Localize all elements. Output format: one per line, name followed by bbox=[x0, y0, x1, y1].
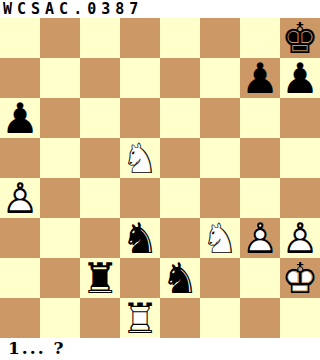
piece-white-pawn: ♟♙ bbox=[280, 218, 320, 258]
square-b6[interactable] bbox=[40, 98, 80, 138]
white-piece-outline: ♖ bbox=[120, 298, 160, 338]
square-c5[interactable] bbox=[80, 138, 120, 178]
square-g5[interactable] bbox=[240, 138, 280, 178]
white-piece-outline: ♘ bbox=[120, 138, 160, 178]
chess-board: ♚♟♟♟♞♘♟♙♞♞♘♟♙♟♙♜♞♚♔♜♖ bbox=[0, 18, 320, 338]
square-e8[interactable] bbox=[160, 18, 200, 58]
square-h6[interactable] bbox=[280, 98, 320, 138]
square-g6[interactable] bbox=[240, 98, 280, 138]
piece-black-rook: ♜ bbox=[80, 258, 120, 298]
piece-white-knight: ♞♘ bbox=[120, 138, 160, 178]
square-d5[interactable]: ♞♘ bbox=[120, 138, 160, 178]
piece-white-knight: ♞♘ bbox=[200, 218, 240, 258]
square-g8[interactable] bbox=[240, 18, 280, 58]
square-a1[interactable] bbox=[0, 298, 40, 338]
square-g3[interactable]: ♟♙ bbox=[240, 218, 280, 258]
square-b1[interactable] bbox=[40, 298, 80, 338]
square-d3[interactable]: ♞ bbox=[120, 218, 160, 258]
square-a8[interactable] bbox=[0, 18, 40, 58]
piece-white-pawn: ♟♙ bbox=[0, 178, 40, 218]
piece-black-pawn: ♟ bbox=[0, 98, 40, 138]
black-piece-glyph: ♜ bbox=[80, 258, 120, 298]
move-prompt: 1... ? bbox=[0, 338, 320, 360]
square-d4[interactable] bbox=[120, 178, 160, 218]
square-d2[interactable] bbox=[120, 258, 160, 298]
square-b3[interactable] bbox=[40, 218, 80, 258]
black-piece-glyph: ♟ bbox=[0, 98, 40, 138]
square-f3[interactable]: ♞♘ bbox=[200, 218, 240, 258]
piece-black-king: ♚ bbox=[280, 18, 320, 58]
square-a5[interactable] bbox=[0, 138, 40, 178]
square-h1[interactable] bbox=[280, 298, 320, 338]
square-h7[interactable]: ♟ bbox=[280, 58, 320, 98]
square-b5[interactable] bbox=[40, 138, 80, 178]
square-h8[interactable]: ♚ bbox=[280, 18, 320, 58]
black-piece-glyph: ♟ bbox=[240, 58, 280, 98]
piece-white-rook: ♜♖ bbox=[120, 298, 160, 338]
white-piece-outline: ♔ bbox=[280, 258, 320, 298]
square-e7[interactable] bbox=[160, 58, 200, 98]
square-a2[interactable] bbox=[0, 258, 40, 298]
piece-black-pawn: ♟ bbox=[240, 58, 280, 98]
square-a6[interactable]: ♟ bbox=[0, 98, 40, 138]
square-f8[interactable] bbox=[200, 18, 240, 58]
square-f6[interactable] bbox=[200, 98, 240, 138]
square-d6[interactable] bbox=[120, 98, 160, 138]
white-piece-outline: ♘ bbox=[200, 218, 240, 258]
square-f4[interactable] bbox=[200, 178, 240, 218]
square-g7[interactable]: ♟ bbox=[240, 58, 280, 98]
square-d7[interactable] bbox=[120, 58, 160, 98]
square-g2[interactable] bbox=[240, 258, 280, 298]
black-piece-glyph: ♞ bbox=[120, 218, 160, 258]
square-f2[interactable] bbox=[200, 258, 240, 298]
square-a4[interactable]: ♟♙ bbox=[0, 178, 40, 218]
black-piece-glyph: ♞ bbox=[160, 258, 200, 298]
square-f7[interactable] bbox=[200, 58, 240, 98]
square-b7[interactable] bbox=[40, 58, 80, 98]
square-e4[interactable] bbox=[160, 178, 200, 218]
window-title: WCSAC.0387 bbox=[0, 0, 320, 18]
square-d8[interactable] bbox=[120, 18, 160, 58]
square-f1[interactable] bbox=[200, 298, 240, 338]
square-b2[interactable] bbox=[40, 258, 80, 298]
square-c8[interactable] bbox=[80, 18, 120, 58]
square-c1[interactable] bbox=[80, 298, 120, 338]
square-e5[interactable] bbox=[160, 138, 200, 178]
white-piece-outline: ♙ bbox=[280, 218, 320, 258]
square-h3[interactable]: ♟♙ bbox=[280, 218, 320, 258]
square-e3[interactable] bbox=[160, 218, 200, 258]
piece-black-knight: ♞ bbox=[120, 218, 160, 258]
square-g1[interactable] bbox=[240, 298, 280, 338]
black-piece-glyph: ♟ bbox=[280, 58, 320, 98]
square-h4[interactable] bbox=[280, 178, 320, 218]
square-h2[interactable]: ♚♔ bbox=[280, 258, 320, 298]
square-e2[interactable]: ♞ bbox=[160, 258, 200, 298]
square-c6[interactable] bbox=[80, 98, 120, 138]
square-a7[interactable] bbox=[0, 58, 40, 98]
square-c3[interactable] bbox=[80, 218, 120, 258]
black-piece-glyph: ♚ bbox=[280, 18, 320, 58]
piece-white-king: ♚♔ bbox=[280, 258, 320, 298]
square-c2[interactable]: ♜ bbox=[80, 258, 120, 298]
square-a3[interactable] bbox=[0, 218, 40, 258]
piece-black-knight: ♞ bbox=[160, 258, 200, 298]
square-c7[interactable] bbox=[80, 58, 120, 98]
white-piece-outline: ♙ bbox=[240, 218, 280, 258]
square-c4[interactable] bbox=[80, 178, 120, 218]
piece-white-pawn: ♟♙ bbox=[240, 218, 280, 258]
square-b8[interactable] bbox=[40, 18, 80, 58]
square-b4[interactable] bbox=[40, 178, 80, 218]
chess-puzzle-window: WCSAC.0387 ♚♟♟♟♞♘♟♙♞♞♘♟♙♟♙♜♞♚♔♜♖ 1... ? bbox=[0, 0, 320, 360]
white-piece-outline: ♙ bbox=[0, 178, 40, 218]
square-e6[interactable] bbox=[160, 98, 200, 138]
square-d1[interactable]: ♜♖ bbox=[120, 298, 160, 338]
square-f5[interactable] bbox=[200, 138, 240, 178]
square-e1[interactable] bbox=[160, 298, 200, 338]
square-h5[interactable] bbox=[280, 138, 320, 178]
piece-black-pawn: ♟ bbox=[280, 58, 320, 98]
square-g4[interactable] bbox=[240, 178, 280, 218]
